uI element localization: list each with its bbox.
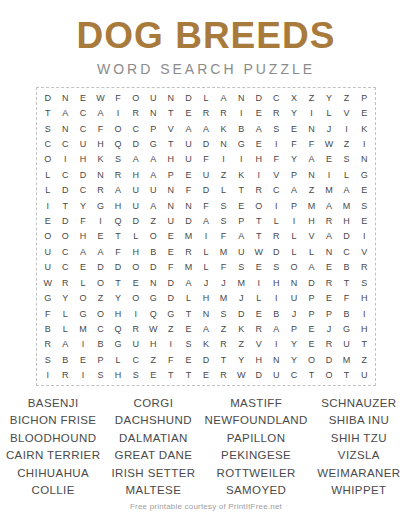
grid-cell: L xyxy=(285,244,303,259)
grid-cell: F xyxy=(197,198,215,213)
grid-cell: I xyxy=(232,105,250,120)
grid-cell: G xyxy=(144,290,162,305)
grid-cell: D xyxy=(268,244,286,259)
grid-cell: F xyxy=(109,244,127,259)
grid-cell: C xyxy=(74,105,92,120)
grid-cell: E xyxy=(320,290,338,305)
grid-cell: J xyxy=(285,306,303,321)
grid-cell: F xyxy=(197,152,215,167)
grid-cell: A xyxy=(232,229,250,244)
grid-cell: I xyxy=(197,229,215,244)
grid-cell: N xyxy=(144,105,162,120)
word-column: MASTIFFNEWFOUNDLANDPAPILLONPEKINGESEROTT… xyxy=(205,395,308,499)
grid-cell: B xyxy=(232,121,250,136)
grid-cell: T xyxy=(57,198,75,213)
grid-cell: F xyxy=(162,352,180,367)
grid-cell: T xyxy=(162,136,180,151)
grid-cell: Z xyxy=(355,352,373,367)
grid-cell: I xyxy=(57,152,75,167)
grid-cell: D xyxy=(197,183,215,198)
grid-cell: O xyxy=(57,229,75,244)
grid-cell: E xyxy=(74,90,92,105)
grid-cell: Y xyxy=(285,105,303,120)
grid-cell: D xyxy=(74,167,92,182)
grid-cell: R xyxy=(320,275,338,290)
grid-cell: O xyxy=(39,229,57,244)
grid-cell: W xyxy=(250,244,268,259)
grid-cell: I xyxy=(162,337,180,352)
grid-cell: R xyxy=(57,368,75,383)
grid-cell: R xyxy=(109,167,127,182)
grid-cell: E xyxy=(180,105,198,120)
grid-cell: L xyxy=(74,275,92,290)
word-item: BASENJI xyxy=(4,395,102,412)
word-item: NEWFOUNDLAND xyxy=(205,412,308,429)
grid-cell: U xyxy=(127,183,145,198)
grid-cell: I xyxy=(268,136,286,151)
grid-cell: O xyxy=(74,290,92,305)
grid-cell: S xyxy=(232,260,250,275)
grid-cell: N xyxy=(57,121,75,136)
grid-cell: C xyxy=(57,167,75,182)
grid-cell: E xyxy=(250,306,268,321)
grid-cell: M xyxy=(74,321,92,336)
grid-cell: Z xyxy=(338,90,356,105)
grid-cell: Y xyxy=(232,352,250,367)
grid-cell: L xyxy=(127,229,145,244)
grid-cell: R xyxy=(320,337,338,352)
grid-cell: I xyxy=(39,198,57,213)
puzzle-subtitle: WORD SEARCH PUZZLE xyxy=(0,61,412,77)
word-item: PAPILLON xyxy=(205,430,308,447)
word-item: GREAT DANE xyxy=(104,447,202,464)
grid-cell: S xyxy=(355,275,373,290)
grid-cell: U xyxy=(127,198,145,213)
grid-cell: U xyxy=(39,260,57,275)
grid-cell: E xyxy=(250,260,268,275)
grid-cell: E xyxy=(303,321,321,336)
grid-cell: T xyxy=(162,105,180,120)
grid-cell: I xyxy=(338,121,356,136)
grid-cell: T xyxy=(180,306,198,321)
grid-cell: S xyxy=(268,121,286,136)
grid-cell: K xyxy=(232,321,250,336)
footer-credit: Free printable courtesy of PrintItFree.n… xyxy=(0,502,412,511)
puzzle-title: DOG BREEDS xyxy=(0,17,412,54)
grid-cell: S xyxy=(109,152,127,167)
grid-cell: D xyxy=(162,275,180,290)
grid-cell: D xyxy=(250,90,268,105)
grid-cell: E xyxy=(250,136,268,151)
word-column: CORGIDACHSHUNDDALMATIANGREAT DANEIRISH S… xyxy=(104,395,202,499)
grid-cell: H xyxy=(127,167,145,182)
grid-cell: R xyxy=(57,275,75,290)
grid-cell: W xyxy=(144,321,162,336)
grid-cell: M xyxy=(215,244,233,259)
grid-cell: Y xyxy=(285,352,303,367)
grid-cell: H xyxy=(268,275,286,290)
word-item: BICHON FRISE xyxy=(4,412,102,429)
grid-cell: S xyxy=(127,368,145,383)
grid-cell: H xyxy=(250,352,268,367)
word-column: SCHNAUZERSHIBA INUSHIH TZUVIZSLAWEIMARAN… xyxy=(310,395,408,499)
grid-cell: K xyxy=(215,121,233,136)
grid-cell: B xyxy=(338,260,356,275)
grid-cell: J xyxy=(320,121,338,136)
grid-cell: L xyxy=(250,290,268,305)
grid-cell: D xyxy=(109,260,127,275)
grid-cell: Z xyxy=(144,352,162,367)
grid-cell: N xyxy=(162,90,180,105)
grid-cell: A xyxy=(197,213,215,228)
grid-cell: I xyxy=(355,229,373,244)
grid-cell: T xyxy=(250,229,268,244)
grid-cell: I xyxy=(127,306,145,321)
grid-cell: S xyxy=(39,121,57,136)
grid-cell: H xyxy=(92,136,110,151)
grid-cell: H xyxy=(250,152,268,167)
grid-cell: Y xyxy=(285,337,303,352)
grid-cell: J xyxy=(232,290,250,305)
grid-cell: T xyxy=(355,337,373,352)
grid-cell: G xyxy=(39,290,57,305)
grid-cell: R xyxy=(127,321,145,336)
grid-cell: T xyxy=(338,368,356,383)
word-item: SAMOYED xyxy=(205,482,308,499)
grid-cell: A xyxy=(303,260,321,275)
grid-cell: W xyxy=(320,136,338,151)
grid-cell: I xyxy=(285,213,303,228)
grid-cell: T xyxy=(109,229,127,244)
word-item: SHIBA INU xyxy=(310,412,408,429)
grid-cell: U xyxy=(268,368,286,383)
grid-cell: Z xyxy=(92,290,110,305)
grid-cell: I xyxy=(74,368,92,383)
grid-cell: C xyxy=(268,90,286,105)
word-item: WEIMARANER xyxy=(310,465,408,482)
grid-cell: D xyxy=(197,352,215,367)
grid-cell: Q xyxy=(144,306,162,321)
grid-cell: D xyxy=(92,260,110,275)
grid-cell: N xyxy=(285,275,303,290)
grid-cell: I xyxy=(232,152,250,167)
grid-cell: P xyxy=(285,321,303,336)
grid-cell: N xyxy=(355,152,373,167)
grid-cell: N xyxy=(57,90,75,105)
grid-cell: V xyxy=(250,337,268,352)
grid-cell: N xyxy=(197,306,215,321)
grid-cell: E xyxy=(285,121,303,136)
grid-cell: L xyxy=(338,167,356,182)
grid-cell: K xyxy=(92,152,110,167)
grid-cell: Y xyxy=(74,198,92,213)
grid-cell: G xyxy=(232,136,250,151)
grid-cell: A xyxy=(57,337,75,352)
grid-cell: D xyxy=(197,136,215,151)
grid-cell: U xyxy=(144,183,162,198)
grid-cell: A xyxy=(180,121,198,136)
grid-cell: C xyxy=(127,352,145,367)
grid-cell: S xyxy=(215,213,233,228)
grid-cell: D xyxy=(57,183,75,198)
grid-cell: R xyxy=(92,183,110,198)
grid-cell: P xyxy=(303,306,321,321)
word-item: CORGI xyxy=(104,395,202,412)
grid-cell: I xyxy=(320,167,338,182)
word-item: CAIRN TERRIER xyxy=(4,447,102,464)
grid-cell: N xyxy=(162,198,180,213)
grid-cell: M xyxy=(303,198,321,213)
grid-cell: E xyxy=(355,105,373,120)
word-item: ROTTWEILER xyxy=(205,465,308,482)
grid-cell: A xyxy=(197,321,215,336)
grid-cell: I xyxy=(39,368,57,383)
grid-cell: A xyxy=(303,152,321,167)
grid-cell: C xyxy=(127,121,145,136)
grid-cell: G xyxy=(109,337,127,352)
grid-cell: L xyxy=(180,290,198,305)
grid-cell: P xyxy=(285,198,303,213)
grid-cell: E xyxy=(232,198,250,213)
grid-cell: U xyxy=(355,368,373,383)
grid-cell: T xyxy=(250,213,268,228)
grid-cell: O xyxy=(92,275,110,290)
grid-cell: E xyxy=(197,368,215,383)
grid-cell: D xyxy=(303,275,321,290)
grid-cell: I xyxy=(355,136,373,151)
grid-cell: T xyxy=(215,352,233,367)
grid-cell: K xyxy=(355,121,373,136)
grid-cell: P xyxy=(320,306,338,321)
grid-cell: O xyxy=(285,260,303,275)
grid-cell: F xyxy=(180,183,198,198)
grid-cell: D xyxy=(250,368,268,383)
grid-cell: D xyxy=(338,229,356,244)
grid-cell: U xyxy=(180,136,198,151)
grid-cell: V xyxy=(268,167,286,182)
grid-cell: D xyxy=(39,90,57,105)
grid-cell: F xyxy=(215,229,233,244)
grid-cell: L xyxy=(303,244,321,259)
grid-cell: E xyxy=(180,167,198,182)
grid-cell: I xyxy=(268,198,286,213)
grid-cell: M xyxy=(338,198,356,213)
grid-cell: A xyxy=(320,229,338,244)
grid-cell: I xyxy=(303,105,321,120)
grid-cell: R xyxy=(197,105,215,120)
grid-cell: B xyxy=(338,306,356,321)
grid-cell: T xyxy=(109,275,127,290)
grid-cell: A xyxy=(144,152,162,167)
grid-cell: I xyxy=(355,306,373,321)
grid-cell: A xyxy=(268,321,286,336)
grid-cell: F xyxy=(268,152,286,167)
grid-cell: A xyxy=(127,152,145,167)
grid-cell: A xyxy=(57,105,75,120)
grid-cell: E xyxy=(74,260,92,275)
grid-cell: U xyxy=(127,337,145,352)
grid-cell: S xyxy=(268,260,286,275)
grid-cell: I xyxy=(109,105,127,120)
grid-cell: A xyxy=(92,105,110,120)
grid-cell: G xyxy=(92,198,110,213)
grid-cell: R xyxy=(320,213,338,228)
grid-cell: V xyxy=(338,105,356,120)
grid-cell: R xyxy=(180,244,198,259)
grid-cell: T xyxy=(39,105,57,120)
grid-cell: Z xyxy=(232,337,250,352)
grid-cell: C xyxy=(39,136,57,151)
grid-cell: C xyxy=(268,183,286,198)
grid-cell: A xyxy=(144,198,162,213)
grid-cell: M xyxy=(320,183,338,198)
grid-cell: T xyxy=(162,368,180,383)
grid-cell: E xyxy=(144,368,162,383)
puzzle-grid: DNEWFOUNDLANDCXZYZPTACAIRNTERRIERYILVESN… xyxy=(36,87,376,386)
grid-cell: H xyxy=(144,337,162,352)
grid-cell: V xyxy=(162,121,180,136)
grid-cell: K xyxy=(197,337,215,352)
grid-cell: H xyxy=(127,244,145,259)
grid-cell: U xyxy=(180,152,198,167)
grid-cell: S xyxy=(180,337,198,352)
grid-cell: O xyxy=(144,229,162,244)
grid-cell: E xyxy=(162,229,180,244)
grid-cell: A xyxy=(320,198,338,213)
grid-cell: S xyxy=(39,352,57,367)
grid-cell: A xyxy=(109,183,127,198)
grid-cell: H xyxy=(109,368,127,383)
grid-cell: Z xyxy=(215,321,233,336)
grid-cell: D xyxy=(144,260,162,275)
grid-cell: X xyxy=(285,90,303,105)
grid-cell: H xyxy=(74,229,92,244)
grid-cell: M xyxy=(180,229,198,244)
grid-cell: L xyxy=(57,321,75,336)
grid-cell: V xyxy=(303,229,321,244)
grid-cell: E xyxy=(180,352,198,367)
grid-cell: G xyxy=(162,306,180,321)
grid-cell: O xyxy=(109,121,127,136)
grid-cell: D xyxy=(57,213,75,228)
grid-cell: F xyxy=(109,90,127,105)
grid-cell: O xyxy=(250,198,268,213)
grid-cell: G xyxy=(338,321,356,336)
grid-cell: Z xyxy=(162,321,180,336)
grid-cell: N xyxy=(92,167,110,182)
grid-cell: F xyxy=(74,213,92,228)
grid-cell: W xyxy=(39,275,57,290)
grid-cell: L xyxy=(39,183,57,198)
grid-cell: B xyxy=(39,321,57,336)
grid-cell: D xyxy=(127,213,145,228)
grid-cell: A xyxy=(180,275,198,290)
grid-cell: I xyxy=(250,275,268,290)
grid-cell: L xyxy=(268,213,286,228)
grid-cell: N xyxy=(215,136,233,151)
grid-cell: O xyxy=(303,352,321,367)
grid-cell: E xyxy=(39,213,57,228)
grid-cell: A xyxy=(92,244,110,259)
grid-cell: N xyxy=(144,275,162,290)
grid-cell: P xyxy=(232,213,250,228)
grid-cell: K xyxy=(232,167,250,182)
grid-cell: A xyxy=(74,244,92,259)
grid-cell: T xyxy=(338,275,356,290)
word-item: MASTIFF xyxy=(205,395,308,412)
grid-cell: P xyxy=(285,167,303,182)
word-item: PEKINGESE xyxy=(205,447,308,464)
grid-cell: Z xyxy=(144,213,162,228)
grid-cell: N xyxy=(303,167,321,182)
grid-cell: B xyxy=(92,337,110,352)
grid-cell: E xyxy=(180,321,198,336)
grid-cell: O xyxy=(320,368,338,383)
grid-cell: V xyxy=(355,244,373,259)
grid-cell: R xyxy=(215,368,233,383)
grid-cell: T xyxy=(232,183,250,198)
grid-cell: C xyxy=(57,260,75,275)
grid-cell: L xyxy=(197,90,215,105)
grid-cell: G xyxy=(74,306,92,321)
grid-cell: D xyxy=(320,352,338,367)
grid-cell: H xyxy=(109,306,127,321)
grid-cell: C xyxy=(74,183,92,198)
grid-cell: R xyxy=(250,321,268,336)
grid-cell: F xyxy=(39,306,57,321)
grid-cell: R xyxy=(268,105,286,120)
grid-cell: W xyxy=(232,368,250,383)
word-list: BASENJIBICHON FRISEBLOODHOUNDCAIRN TERRI… xyxy=(4,395,408,499)
grid-cell: L xyxy=(57,306,75,321)
grid-cell: N xyxy=(268,352,286,367)
grid-cell: R xyxy=(39,337,57,352)
grid-cell: F xyxy=(92,121,110,136)
grid-cell: E xyxy=(127,275,145,290)
grid-cell: D xyxy=(127,136,145,151)
grid-cell: F xyxy=(338,290,356,305)
grid-cell: I xyxy=(268,290,286,305)
grid-cell: U xyxy=(144,90,162,105)
grid-cell: C xyxy=(57,244,75,259)
word-item: VIZSLA xyxy=(310,447,408,464)
grid-cell: H xyxy=(355,321,373,336)
grid-cell: U xyxy=(197,167,215,182)
grid-cell: E xyxy=(250,105,268,120)
grid-cell: B xyxy=(268,306,286,321)
grid-cell: A xyxy=(144,167,162,182)
grid-cell: N xyxy=(303,121,321,136)
grid-cell: O xyxy=(127,260,145,275)
grid-cell: Z xyxy=(303,90,321,105)
grid-cell: Y xyxy=(285,152,303,167)
grid-cell: F xyxy=(162,260,180,275)
grid-cell: P xyxy=(303,290,321,305)
grid-cell: F xyxy=(303,136,321,151)
grid-cell: S xyxy=(92,368,110,383)
grid-cell: L xyxy=(197,260,215,275)
grid-cell: U xyxy=(285,290,303,305)
word-item: SHIH TZU xyxy=(310,430,408,447)
grid-cell: U xyxy=(39,244,57,259)
grid-cell: D xyxy=(180,90,198,105)
grid-cell: Y xyxy=(109,290,127,305)
word-column: BASENJIBICHON FRISEBLOODHOUNDCAIRN TERRI… xyxy=(4,395,102,499)
grid-cell: L xyxy=(285,229,303,244)
grid-cell: N xyxy=(320,244,338,259)
grid-cell: B xyxy=(57,352,75,367)
grid-cell: B xyxy=(144,244,162,259)
